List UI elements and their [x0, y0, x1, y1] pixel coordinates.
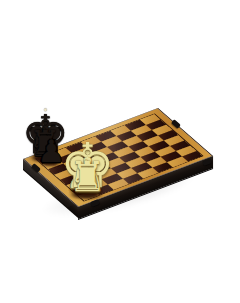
chess-set-product-photo: ♜♞♝♛♚♝♞♜♟♟♟♟♟♟♟♟♟♟♟♟♟♟♟♟♜♞♝♛♚♝♞♜ — [0, 0, 240, 303]
piece-white-rook: ♜ — [69, 157, 106, 199]
ivory-finial — [44, 108, 47, 111]
